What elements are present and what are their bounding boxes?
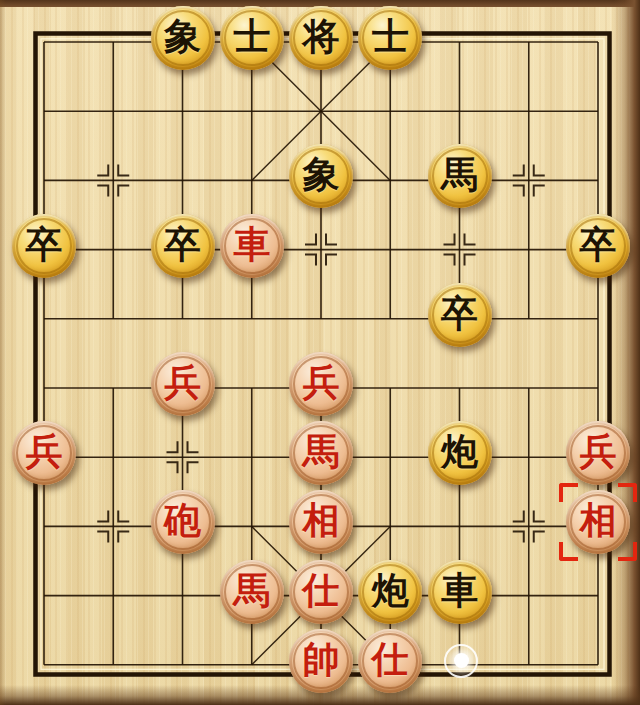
piece-black-advisor[interactable]: 士 (358, 6, 422, 70)
piece-red-advisor[interactable]: 仕 (289, 560, 353, 624)
piece-red-general[interactable]: 帥 (289, 629, 353, 693)
piece-glyph: 卒 (580, 213, 617, 277)
piece-glyph: 卒 (26, 213, 63, 277)
piece-red-advisor[interactable]: 仕 (358, 629, 422, 693)
piece-black-cannon[interactable]: 炮 (428, 421, 492, 485)
xiangqi-board[interactable]: 象士将士象馬卒卒車卒卒兵兵兵馬炮兵砲相相馬仕炮車帥仕 (0, 0, 640, 705)
piece-black-soldier[interactable]: 卒 (566, 214, 630, 278)
piece-black-horse[interactable]: 馬 (428, 144, 492, 208)
piece-glyph: 馬 (303, 420, 340, 484)
piece-glyph: 炮 (372, 559, 409, 623)
piece-red-chariot[interactable]: 車 (220, 214, 284, 278)
piece-glyph: 象 (164, 5, 201, 69)
piece-glyph: 相 (580, 489, 617, 553)
piece-glyph: 車 (233, 213, 270, 277)
piece-black-advisor[interactable]: 士 (220, 6, 284, 70)
piece-glyph: 仕 (303, 559, 340, 623)
piece-glyph: 象 (303, 143, 340, 207)
piece-red-elephant[interactable]: 相 (566, 490, 630, 554)
piece-black-elephant[interactable]: 象 (289, 144, 353, 208)
selection-corner (618, 542, 637, 561)
piece-glyph: 卒 (441, 282, 478, 346)
piece-glyph: 馬 (233, 559, 270, 623)
piece-glyph: 馬 (441, 143, 478, 207)
piece-black-soldier[interactable]: 卒 (428, 283, 492, 347)
piece-glyph: 砲 (164, 489, 201, 553)
piece-glyph: 兵 (303, 351, 340, 415)
piece-glyph: 炮 (441, 420, 478, 484)
piece-glyph: 兵 (164, 351, 201, 415)
pieces-layer: 象士将士象馬卒卒車卒卒兵兵兵馬炮兵砲相相馬仕炮車帥仕 (0, 0, 640, 705)
piece-black-soldier[interactable]: 卒 (12, 214, 76, 278)
piece-red-horse[interactable]: 馬 (220, 560, 284, 624)
piece-red-soldier[interactable]: 兵 (289, 352, 353, 416)
piece-black-cannon[interactable]: 炮 (358, 560, 422, 624)
piece-black-soldier[interactable]: 卒 (151, 214, 215, 278)
piece-glyph: 士 (233, 5, 270, 69)
piece-black-general[interactable]: 将 (289, 6, 353, 70)
piece-red-horse[interactable]: 馬 (289, 421, 353, 485)
piece-red-elephant[interactable]: 相 (289, 490, 353, 554)
piece-black-elephant[interactable]: 象 (151, 6, 215, 70)
piece-glyph: 仕 (372, 628, 409, 692)
piece-red-soldier[interactable]: 兵 (12, 421, 76, 485)
piece-glyph: 将 (303, 5, 340, 69)
piece-red-soldier[interactable]: 兵 (566, 421, 630, 485)
piece-red-cannon[interactable]: 砲 (151, 490, 215, 554)
piece-glyph: 兵 (580, 420, 617, 484)
piece-glyph: 車 (441, 559, 478, 623)
piece-glyph: 兵 (26, 420, 63, 484)
piece-black-chariot[interactable]: 車 (428, 560, 492, 624)
piece-red-soldier[interactable]: 兵 (151, 352, 215, 416)
piece-glyph: 帥 (303, 628, 340, 692)
piece-glyph: 卒 (164, 213, 201, 277)
piece-glyph: 相 (303, 489, 340, 553)
piece-glyph: 士 (372, 5, 409, 69)
